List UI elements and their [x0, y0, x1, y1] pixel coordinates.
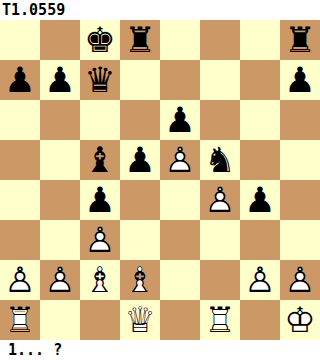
piece-black-pawn[interactable]: ♟: [80, 180, 120, 220]
square-c7[interactable]: ♛: [80, 60, 120, 100]
piece-white-rook[interactable]: ♜♖: [200, 300, 240, 340]
square-a1[interactable]: ♜♖: [0, 300, 40, 340]
square-d1[interactable]: ♛♕: [120, 300, 160, 340]
square-b3[interactable]: [40, 220, 80, 260]
square-c3[interactable]: ♟♙: [80, 220, 120, 260]
piece-white-pawn[interactable]: ♟♙: [200, 180, 240, 220]
square-f5[interactable]: ♞: [200, 140, 240, 180]
piece-white-bishop[interactable]: ♝♗: [120, 260, 160, 300]
square-d2[interactable]: ♝♗: [120, 260, 160, 300]
piece-black-pawn[interactable]: ♟: [160, 100, 200, 140]
square-f3[interactable]: [200, 220, 240, 260]
square-h8[interactable]: ♜: [280, 20, 320, 60]
square-f2[interactable]: [200, 260, 240, 300]
square-f6[interactable]: [200, 100, 240, 140]
piece-black-bishop[interactable]: ♝: [80, 140, 120, 180]
square-b1[interactable]: [40, 300, 80, 340]
square-h4[interactable]: [280, 180, 320, 220]
square-h2[interactable]: ♟♙: [280, 260, 320, 300]
square-a8[interactable]: [0, 20, 40, 60]
square-a5[interactable]: [0, 140, 40, 180]
piece-white-pawn[interactable]: ♟♙: [0, 260, 40, 300]
piece-outline-layer: ♗: [80, 260, 120, 300]
piece-outline-layer: ♖: [0, 300, 40, 340]
square-e6[interactable]: ♟: [160, 100, 200, 140]
square-c1[interactable]: [80, 300, 120, 340]
piece-white-pawn[interactable]: ♟♙: [240, 260, 280, 300]
square-e1[interactable]: [160, 300, 200, 340]
square-g2[interactable]: ♟♙: [240, 260, 280, 300]
square-b7[interactable]: ♟: [40, 60, 80, 100]
square-a7[interactable]: ♟: [0, 60, 40, 100]
square-h5[interactable]: [280, 140, 320, 180]
square-g8[interactable]: [240, 20, 280, 60]
piece-black-queen[interactable]: ♛: [80, 60, 120, 100]
square-a3[interactable]: [0, 220, 40, 260]
piece-outline-layer: ♙: [0, 260, 40, 300]
square-b4[interactable]: [40, 180, 80, 220]
piece-outline-layer: ♕: [120, 300, 160, 340]
square-d7[interactable]: [120, 60, 160, 100]
piece-white-pawn[interactable]: ♟♙: [160, 140, 200, 180]
piece-white-king[interactable]: ♚♔: [280, 300, 320, 340]
square-d8[interactable]: ♜: [120, 20, 160, 60]
piece-black-pawn[interactable]: ♟: [280, 60, 320, 100]
square-h3[interactable]: [280, 220, 320, 260]
square-d6[interactable]: [120, 100, 160, 140]
piece-outline-layer: ♙: [240, 260, 280, 300]
piece-black-pawn[interactable]: ♟: [0, 60, 40, 100]
piece-black-king[interactable]: ♚: [80, 20, 120, 60]
square-c6[interactable]: [80, 100, 120, 140]
square-h1[interactable]: ♚♔: [280, 300, 320, 340]
square-a6[interactable]: [0, 100, 40, 140]
square-e7[interactable]: [160, 60, 200, 100]
piece-black-knight[interactable]: ♞: [200, 140, 240, 180]
square-e3[interactable]: [160, 220, 200, 260]
piece-outline-layer: ♙: [280, 260, 320, 300]
piece-white-pawn[interactable]: ♟♙: [40, 260, 80, 300]
square-g7[interactable]: [240, 60, 280, 100]
piece-outline-layer: ♖: [200, 300, 240, 340]
piece-outline-layer: ♗: [120, 260, 160, 300]
square-h7[interactable]: ♟: [280, 60, 320, 100]
piece-outline-layer: ♙: [160, 140, 200, 180]
square-e8[interactable]: [160, 20, 200, 60]
piece-outline-layer: ♙: [200, 180, 240, 220]
square-b8[interactable]: [40, 20, 80, 60]
square-g1[interactable]: [240, 300, 280, 340]
piece-black-rook[interactable]: ♜: [280, 20, 320, 60]
square-e4[interactable]: [160, 180, 200, 220]
square-d3[interactable]: [120, 220, 160, 260]
piece-black-pawn[interactable]: ♟: [120, 140, 160, 180]
square-h6[interactable]: [280, 100, 320, 140]
piece-black-pawn[interactable]: ♟: [40, 60, 80, 100]
square-b6[interactable]: [40, 100, 80, 140]
square-d5[interactable]: ♟: [120, 140, 160, 180]
square-b5[interactable]: [40, 140, 80, 180]
square-g3[interactable]: [240, 220, 280, 260]
square-c8[interactable]: ♚: [80, 20, 120, 60]
piece-white-pawn[interactable]: ♟♙: [280, 260, 320, 300]
piece-white-pawn[interactable]: ♟♙: [80, 220, 120, 260]
piece-outline-layer: ♔: [280, 300, 320, 340]
piece-white-rook[interactable]: ♜♖: [0, 300, 40, 340]
move-prompt: 1... ?: [0, 340, 320, 360]
square-a4[interactable]: [0, 180, 40, 220]
chess-board: ♚♜♜♟♟♛♟♟♝♟♟♙♞♟♟♙♟♟♙♟♙♟♙♝♗♝♗♟♙♟♙♜♖♛♕♜♖♚♔: [0, 20, 320, 340]
square-f8[interactable]: [200, 20, 240, 60]
square-g5[interactable]: [240, 140, 280, 180]
square-f4[interactable]: ♟♙: [200, 180, 240, 220]
piece-black-pawn[interactable]: ♟: [240, 180, 280, 220]
square-a2[interactable]: ♟♙: [0, 260, 40, 300]
square-f1[interactable]: ♜♖: [200, 300, 240, 340]
chess-trainer-window: T1.0559 ♚♜♜♟♟♛♟♟♝♟♟♙♞♟♟♙♟♟♙♟♙♟♙♝♗♝♗♟♙♟♙♜…: [0, 0, 320, 360]
square-d4[interactable]: [120, 180, 160, 220]
square-e2[interactable]: [160, 260, 200, 300]
piece-outline-layer: ♙: [40, 260, 80, 300]
piece-white-queen[interactable]: ♛♕: [120, 300, 160, 340]
square-g4[interactable]: ♟: [240, 180, 280, 220]
square-f7[interactable]: [200, 60, 240, 100]
square-c5[interactable]: ♝: [80, 140, 120, 180]
square-e5[interactable]: ♟♙: [160, 140, 200, 180]
piece-black-rook[interactable]: ♜: [120, 20, 160, 60]
square-c4[interactable]: ♟: [80, 180, 120, 220]
puzzle-title: T1.0559: [0, 0, 320, 20]
square-g6[interactable]: [240, 100, 280, 140]
square-b2[interactable]: ♟♙: [40, 260, 80, 300]
piece-white-bishop[interactable]: ♝♗: [80, 260, 120, 300]
piece-outline-layer: ♙: [80, 220, 120, 260]
square-c2[interactable]: ♝♗: [80, 260, 120, 300]
